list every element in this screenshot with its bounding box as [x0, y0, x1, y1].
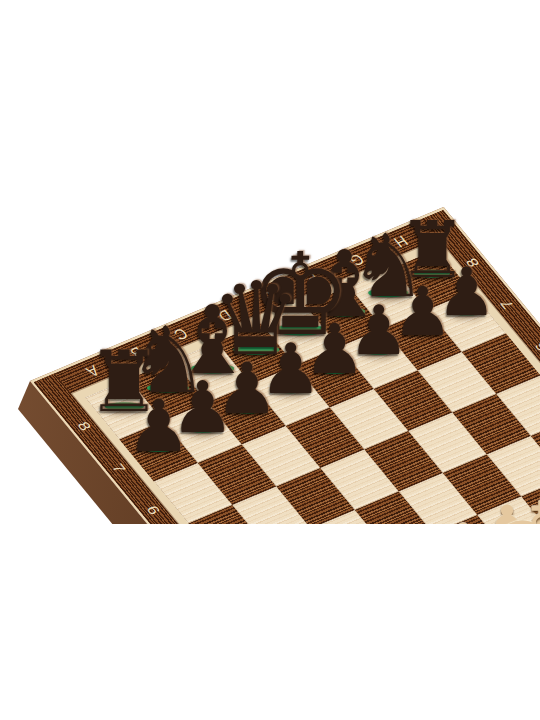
photo-crop: AABBCCDDEEFFGGHH8877665544332211 ♜♞♝♟♚♟♛…	[0, 0, 540, 524]
chessboard-product-photo: AABBCCDDEEFFGGHH8877665544332211 ♜♞♝♟♚♟♛…	[0, 0, 540, 720]
